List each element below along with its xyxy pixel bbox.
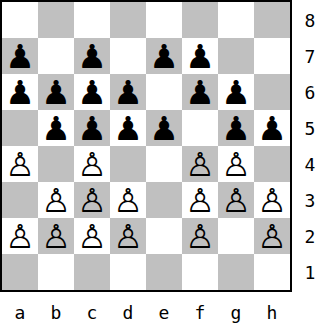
chess-diagram: ♟♟♟♟♟♟♟♟♟♟♟♟♟♟♟♟♙♙♙♙♙♙♙♙♙♙♙♙♙♙♙♙ 8765432… <box>0 0 328 336</box>
square-b2[interactable]: ♙ <box>38 218 74 254</box>
square-a1[interactable] <box>2 254 38 290</box>
square-d4[interactable] <box>110 146 146 182</box>
square-g6[interactable]: ♟ <box>218 74 254 110</box>
square-h1[interactable] <box>254 254 290 290</box>
square-c2[interactable]: ♙ <box>74 218 110 254</box>
white-pawn: ♙ <box>5 147 35 182</box>
square-c7[interactable]: ♟ <box>74 38 110 74</box>
rank-label-7: 7 <box>292 38 328 74</box>
white-pawn: ♙ <box>5 219 35 254</box>
square-b6[interactable]: ♟ <box>38 74 74 110</box>
white-pawn: ♙ <box>221 147 251 182</box>
black-pawn: ♟ <box>149 39 179 74</box>
square-f2[interactable]: ♙ <box>182 218 218 254</box>
square-h7[interactable] <box>254 38 290 74</box>
white-pawn: ♙ <box>185 219 215 254</box>
square-e1[interactable] <box>146 254 182 290</box>
rank-label-3: 3 <box>292 182 328 218</box>
square-b8[interactable] <box>38 2 74 38</box>
square-c5[interactable]: ♟ <box>74 110 110 146</box>
square-e6[interactable] <box>146 74 182 110</box>
square-f7[interactable]: ♟ <box>182 38 218 74</box>
square-d8[interactable] <box>110 2 146 38</box>
file-label-a: a <box>2 292 38 332</box>
square-a8[interactable] <box>2 2 38 38</box>
white-pawn: ♙ <box>113 183 143 218</box>
square-c8[interactable] <box>74 2 110 38</box>
black-pawn: ♟ <box>185 39 215 74</box>
square-a3[interactable] <box>2 182 38 218</box>
black-pawn: ♟ <box>77 39 107 74</box>
square-f5[interactable] <box>182 110 218 146</box>
square-f1[interactable] <box>182 254 218 290</box>
white-pawn: ♙ <box>77 219 107 254</box>
square-a4[interactable]: ♙ <box>2 146 38 182</box>
rank-labels: 87654321 <box>292 2 328 290</box>
white-pawn: ♙ <box>185 147 215 182</box>
black-pawn: ♟ <box>221 111 251 146</box>
white-pawn: ♙ <box>221 183 251 218</box>
square-f3[interactable]: ♙ <box>182 182 218 218</box>
square-h2[interactable]: ♙ <box>254 218 290 254</box>
black-pawn: ♟ <box>5 39 35 74</box>
square-e4[interactable] <box>146 146 182 182</box>
square-a6[interactable]: ♟ <box>2 74 38 110</box>
black-pawn: ♟ <box>5 75 35 110</box>
white-pawn: ♙ <box>41 183 71 218</box>
square-a5[interactable] <box>2 110 38 146</box>
square-a2[interactable]: ♙ <box>2 218 38 254</box>
square-d5[interactable]: ♟ <box>110 110 146 146</box>
rank-label-2: 2 <box>292 218 328 254</box>
square-f8[interactable] <box>182 2 218 38</box>
file-label-b: b <box>38 292 74 332</box>
black-pawn: ♟ <box>77 75 107 110</box>
black-pawn: ♟ <box>149 111 179 146</box>
square-e3[interactable] <box>146 182 182 218</box>
white-pawn: ♙ <box>41 219 71 254</box>
white-pawn: ♙ <box>257 183 287 218</box>
rank-label-1: 1 <box>292 254 328 290</box>
black-pawn: ♟ <box>257 111 287 146</box>
black-pawn: ♟ <box>221 75 251 110</box>
rank-label-8: 8 <box>292 2 328 38</box>
square-a7[interactable]: ♟ <box>2 38 38 74</box>
square-f4[interactable]: ♙ <box>182 146 218 182</box>
square-g8[interactable] <box>218 2 254 38</box>
square-h5[interactable]: ♟ <box>254 110 290 146</box>
square-g3[interactable]: ♙ <box>218 182 254 218</box>
square-c3[interactable]: ♙ <box>74 182 110 218</box>
square-g2[interactable] <box>218 218 254 254</box>
black-pawn: ♟ <box>113 75 143 110</box>
black-pawn: ♟ <box>185 75 215 110</box>
square-b1[interactable] <box>38 254 74 290</box>
black-pawn: ♟ <box>77 111 107 146</box>
rank-label-5: 5 <box>292 110 328 146</box>
file-label-d: d <box>110 292 146 332</box>
square-b7[interactable] <box>38 38 74 74</box>
square-e7[interactable]: ♟ <box>146 38 182 74</box>
square-e2[interactable] <box>146 218 182 254</box>
square-g7[interactable] <box>218 38 254 74</box>
square-g5[interactable]: ♟ <box>218 110 254 146</box>
file-label-g: g <box>218 292 254 332</box>
square-h4[interactable] <box>254 146 290 182</box>
square-c1[interactable] <box>74 254 110 290</box>
chess-board: ♟♟♟♟♟♟♟♟♟♟♟♟♟♟♟♟♙♙♙♙♙♙♙♙♙♙♙♙♙♙♙♙ <box>0 0 292 292</box>
white-pawn: ♙ <box>77 183 107 218</box>
square-h8[interactable] <box>254 2 290 38</box>
rank-label-4: 4 <box>292 146 328 182</box>
square-h3[interactable]: ♙ <box>254 182 290 218</box>
square-c4[interactable]: ♙ <box>74 146 110 182</box>
file-label-c: c <box>74 292 110 332</box>
file-labels: abcdefgh <box>2 292 290 332</box>
square-g1[interactable] <box>218 254 254 290</box>
square-b3[interactable]: ♙ <box>38 182 74 218</box>
square-b5[interactable]: ♟ <box>38 110 74 146</box>
white-pawn: ♙ <box>113 219 143 254</box>
square-f6[interactable]: ♟ <box>182 74 218 110</box>
file-label-f: f <box>182 292 218 332</box>
white-pawn: ♙ <box>185 183 215 218</box>
white-pawn: ♙ <box>77 147 107 182</box>
square-c6[interactable]: ♟ <box>74 74 110 110</box>
black-pawn: ♟ <box>41 75 71 110</box>
white-pawn: ♙ <box>257 219 287 254</box>
square-e5[interactable]: ♟ <box>146 110 182 146</box>
square-h6[interactable] <box>254 74 290 110</box>
black-pawn: ♟ <box>41 111 71 146</box>
square-g4[interactable]: ♙ <box>218 146 254 182</box>
square-d7[interactable] <box>110 38 146 74</box>
file-label-e: e <box>146 292 182 332</box>
square-e8[interactable] <box>146 2 182 38</box>
square-d2[interactable]: ♙ <box>110 218 146 254</box>
square-d6[interactable]: ♟ <box>110 74 146 110</box>
square-b4[interactable] <box>38 146 74 182</box>
square-d1[interactable] <box>110 254 146 290</box>
square-d3[interactable]: ♙ <box>110 182 146 218</box>
black-pawn: ♟ <box>113 111 143 146</box>
rank-label-6: 6 <box>292 74 328 110</box>
file-label-h: h <box>254 292 290 332</box>
